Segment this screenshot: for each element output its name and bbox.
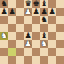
square-c8[interactable] [16,0,24,8]
square-b1[interactable] [8,56,16,64]
square-h1[interactable] [56,56,64,64]
square-h3[interactable] [56,40,64,48]
square-c5[interactable] [16,24,24,32]
white-pawn-d7[interactable]: ♟ [25,8,32,16]
square-b4[interactable] [8,32,16,40]
square-h4[interactable] [56,32,64,40]
square-e4[interactable] [32,32,40,40]
square-h8[interactable] [56,0,64,8]
black-pawn-a7[interactable]: ♟ [1,8,8,16]
black-pawn-g7[interactable]: ♟ [49,8,56,16]
square-d2[interactable] [24,48,32,56]
square-a1[interactable] [0,56,8,64]
square-e5[interactable] [32,24,40,32]
square-h5[interactable] [56,24,64,32]
white-knight-f3[interactable]: ♞ [41,40,48,48]
square-c6[interactable] [16,16,24,24]
square-a3[interactable] [0,40,8,48]
square-c4[interactable] [16,32,24,40]
square-h6[interactable] [56,16,64,24]
square-f2[interactable] [40,48,48,56]
square-g2[interactable] [48,48,56,56]
square-c1[interactable] [16,56,24,64]
black-knight-f6[interactable]: ♞ [41,16,48,24]
square-g5[interactable] [48,24,56,32]
chess-board: ♞♛♚♝♟♟♟♟♟♟♞♞♟♝♟♞ [0,0,64,64]
square-a6[interactable] [0,16,8,24]
square-g6[interactable] [48,16,56,24]
square-d7[interactable]: ♟ [24,8,32,16]
square-a2[interactable] [0,48,8,56]
square-g3[interactable] [48,40,56,48]
square-b7[interactable]: ♟ [8,8,16,16]
square-b2[interactable] [8,48,16,56]
square-b6[interactable] [8,16,16,24]
square-e2[interactable] [32,48,40,56]
black-pawn-b7[interactable]: ♟ [9,8,16,16]
square-b3[interactable] [8,40,16,48]
square-a4[interactable]: ♞ [0,32,8,40]
square-c3[interactable] [16,40,24,48]
square-d3[interactable]: ♟ [24,40,32,48]
white-pawn-d3[interactable]: ♟ [25,40,32,48]
square-d6[interactable] [24,16,32,24]
square-e1[interactable] [32,56,40,64]
black-pawn-e7[interactable]: ♟ [33,8,40,16]
square-e3[interactable] [32,40,40,48]
square-e7[interactable]: ♟ [32,8,40,16]
square-c2[interactable] [16,48,24,56]
square-f6[interactable]: ♞ [40,16,48,24]
square-h2[interactable] [56,48,64,56]
square-e6[interactable] [32,16,40,24]
square-f3[interactable]: ♞ [40,40,48,48]
square-c7[interactable] [16,8,24,16]
square-a7[interactable]: ♟ [0,8,8,16]
square-g1[interactable] [48,56,56,64]
square-f1[interactable] [40,56,48,64]
square-g7[interactable]: ♟ [48,8,56,16]
white-knight-a4[interactable]: ♞ [1,32,8,40]
square-g4[interactable] [48,32,56,40]
square-b5[interactable] [8,24,16,32]
square-h7[interactable] [56,8,64,16]
square-d1[interactable] [24,56,32,64]
